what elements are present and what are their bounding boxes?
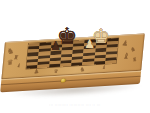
piece-layer: ♚♟♟♚ [5,33,145,42]
etching-decoration-icon: ♟ [34,68,40,75]
etching-decoration-icon: ♞ [7,47,15,57]
board-square-d1 [60,63,72,67]
etching-decoration-icon: ♛ [7,59,13,67]
chess-box: ♞♜♛♝♟♞♝♜♟♛♞♝ ♚♟♟♚ [0,33,145,92]
etching-decoration-icon: ♟ [121,40,129,48]
board-square-c1 [49,64,61,68]
etching-decoration-icon: ♜ [132,57,137,63]
product-photo: ♞♜♛♝♟♞♝♜♟♛♞♝ ♚♟♟♚ ··· ·········· ·······… [0,0,150,113]
white-king-piece: ♚ [92,26,110,46]
board-square-g1 [94,61,106,65]
board-square-b1 [37,64,49,68]
board-square-a1 [26,65,38,69]
etching-decoration-icon: ♜ [13,54,20,60]
box-lid-seam [1,76,141,86]
brass-latch-icon [61,78,66,82]
board-square-h1 [105,60,117,64]
board-square-e1 [71,62,83,66]
watermark-text: ··· ·········· ··········· ···· ·· ··· [0,104,150,107]
etching-decoration-icon: ♛ [53,69,58,74]
black-pawn-piece: ♟ [51,39,62,51]
etching-decoration-icon: ♝ [122,52,131,60]
board-square-f1 [82,61,94,65]
etching-decoration-icon: ♝ [16,63,22,69]
etching-decoration-icon: ♞ [130,46,136,53]
etching-decoration-icon: ♝ [101,65,107,70]
etching-decoration-icon: ♞ [80,66,85,73]
